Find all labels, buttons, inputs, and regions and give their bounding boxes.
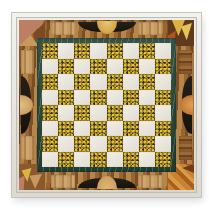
square-a6[interactable]	[42, 74, 58, 90]
square-g2[interactable]	[139, 136, 155, 152]
wood-inlay-block	[138, 175, 162, 188]
square-e2[interactable]	[107, 136, 123, 152]
square-h7[interactable]	[155, 59, 171, 75]
square-g1[interactable]	[139, 152, 155, 168]
wood-inlay-block	[51, 175, 75, 188]
square-a7[interactable]	[42, 59, 58, 75]
square-h2[interactable]	[155, 136, 171, 152]
square-e3[interactable]	[107, 121, 123, 137]
square-e4[interactable]	[107, 105, 123, 121]
square-e5[interactable]	[107, 90, 123, 106]
square-a5[interactable]	[42, 90, 58, 106]
square-f6[interactable]	[123, 74, 139, 90]
square-g3[interactable]	[139, 121, 155, 137]
square-b1[interactable]	[58, 152, 74, 168]
square-a3[interactable]	[42, 121, 58, 137]
square-c2[interactable]	[74, 136, 90, 152]
square-c4[interactable]	[74, 105, 90, 121]
square-d2[interactable]	[90, 136, 106, 152]
square-b2[interactable]	[58, 136, 74, 152]
square-d7[interactable]	[90, 59, 106, 75]
square-a8[interactable]	[42, 43, 58, 59]
square-h6[interactable]	[155, 74, 171, 90]
stone-fan-inlay-left	[20, 95, 33, 115]
square-g7[interactable]	[139, 59, 155, 75]
square-f3[interactable]	[123, 121, 139, 137]
stone-fan-inlay-top	[97, 21, 117, 34]
square-a1[interactable]	[42, 152, 58, 168]
wood-inlay-block	[21, 136, 34, 160]
square-b3[interactable]	[58, 121, 74, 137]
wood-inlay-block	[179, 136, 192, 160]
square-d8[interactable]	[90, 43, 106, 59]
square-e1[interactable]	[107, 152, 123, 168]
chessboard-grid	[42, 43, 171, 167]
square-d5[interactable]	[90, 90, 106, 106]
square-f4[interactable]	[123, 105, 139, 121]
square-f1[interactable]	[123, 152, 139, 168]
square-d6[interactable]	[90, 74, 106, 90]
wood-inlay-block	[179, 50, 192, 74]
square-b6[interactable]	[58, 74, 74, 90]
square-g4[interactable]	[139, 105, 155, 121]
square-c5[interactable]	[74, 90, 90, 106]
wood-inlay-block	[21, 50, 34, 74]
square-c7[interactable]	[74, 59, 90, 75]
square-b5[interactable]	[58, 90, 74, 106]
square-d3[interactable]	[90, 121, 106, 137]
wood-inlay-block	[138, 22, 162, 35]
square-c3[interactable]	[74, 121, 90, 137]
square-b7[interactable]	[58, 59, 74, 75]
square-a2[interactable]	[42, 136, 58, 152]
square-c1[interactable]	[74, 152, 90, 168]
square-g6[interactable]	[139, 74, 155, 90]
square-g5[interactable]	[139, 90, 155, 106]
square-h4[interactable]	[155, 105, 171, 121]
square-f5[interactable]	[123, 90, 139, 106]
square-h5[interactable]	[155, 90, 171, 106]
square-g8[interactable]	[139, 43, 155, 59]
board-photo	[0, 0, 216, 214]
square-f8[interactable]	[123, 43, 139, 59]
square-e8[interactable]	[107, 43, 123, 59]
marble-chessboard	[12, 13, 201, 197]
square-f2[interactable]	[123, 136, 139, 152]
square-d4[interactable]	[90, 105, 106, 121]
square-f7[interactable]	[123, 59, 139, 75]
square-c8[interactable]	[74, 43, 90, 59]
square-h1[interactable]	[155, 152, 171, 168]
square-h8[interactable]	[155, 43, 171, 59]
wood-inlay-block	[51, 22, 75, 35]
square-d1[interactable]	[90, 152, 106, 168]
square-b4[interactable]	[58, 105, 74, 121]
square-b8[interactable]	[58, 43, 74, 59]
square-c6[interactable]	[74, 74, 90, 90]
square-e7[interactable]	[107, 59, 123, 75]
square-a4[interactable]	[42, 105, 58, 121]
square-h3[interactable]	[155, 121, 171, 137]
square-e6[interactable]	[107, 74, 123, 90]
